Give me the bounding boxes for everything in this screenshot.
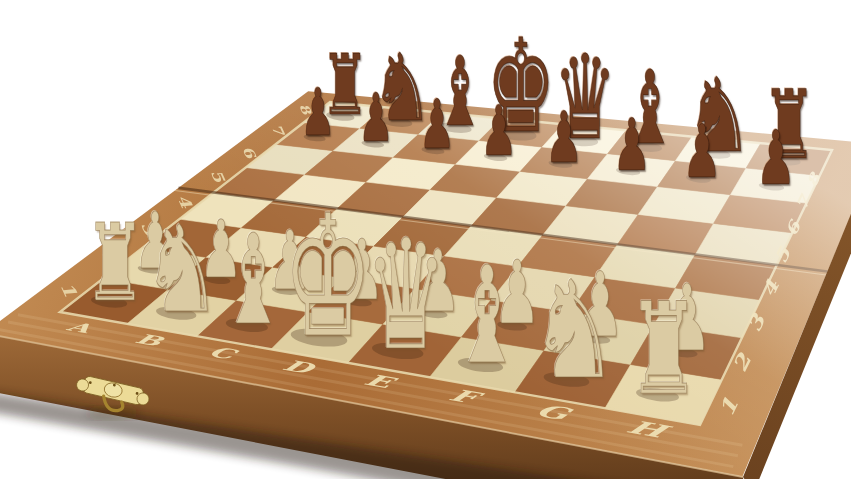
piece-black-pawn-h7[interactable]: ♟ [755,121,795,196]
piece-black-pawn-a7[interactable]: ♟ [301,80,336,146]
piece-white-knight-b1[interactable]: ♞ [143,210,222,330]
piece-white-rook-h1[interactable]: ♜ [628,286,701,413]
piece-black-pawn-f7[interactable]: ♟ [612,108,651,180]
piece-white-queen-e1[interactable]: ♛ [365,220,447,372]
piece-white-knight-g1[interactable]: ♞ [529,264,619,399]
chessboard-photo: ABCDEFGH1234567812345678 ♜♞♝♚♟♛♟♝♟♞♟♜♟♟♟… [0,0,851,479]
piece-black-pawn-e7[interactable]: ♟ [545,102,583,173]
piece-black-pawn-d7[interactable]: ♟ [481,97,518,166]
piece-white-king-d1[interactable]: ♚ [282,194,372,362]
piece-white-bishop-f1[interactable]: ♝ [453,250,523,384]
piece-black-pawn-c7[interactable]: ♟ [418,91,455,159]
piece-black-pawn-g7[interactable]: ♟ [682,115,722,188]
piece-white-bishop-c1[interactable]: ♝ [221,218,286,342]
pieces-layer: ♜♞♝♚♟♛♟♝♟♞♟♜♟♟♟♟♟♟♟♟♜♞♟♝♟♚♟♛♟♝♞♜ [0,0,851,479]
piece-black-pawn-b7[interactable]: ♟ [358,86,394,153]
piece-white-rook-a1[interactable]: ♜ [84,210,145,317]
